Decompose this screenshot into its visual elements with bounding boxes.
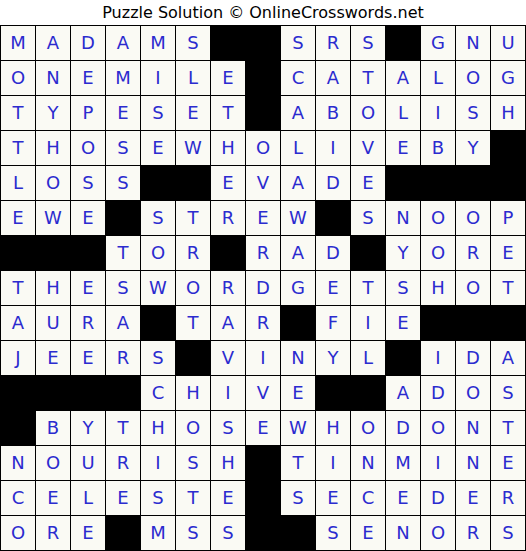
- letter-cell-r6c15: P: [491, 201, 526, 236]
- letter-cell-r11c5: C: [141, 376, 176, 411]
- block-cell-r9c9: [281, 306, 316, 341]
- crossword-grid: MADAMSSRSGNUONEMILECATALOGTYPESETABOLISH…: [0, 25, 526, 551]
- letter-cell-r14c11: C: [351, 481, 386, 516]
- letter-cell-r11c12: A: [386, 376, 421, 411]
- letter-cell-r12c12: D: [386, 411, 421, 446]
- block-cell-r11c10: [316, 376, 351, 411]
- letter-cell-r9c6: T: [176, 306, 211, 341]
- letter-cell-r12c5: H: [141, 411, 176, 446]
- letter-cell-r6c1: E: [1, 201, 36, 236]
- letter-cell-r5c1: L: [1, 166, 36, 201]
- letter-cell-r3c10: B: [316, 96, 351, 131]
- letter-cell-r14c12: E: [386, 481, 421, 516]
- letter-cell-r7c15: E: [491, 236, 526, 271]
- letter-cell-r4c1: T: [1, 131, 36, 166]
- letter-cell-r7c5: O: [141, 236, 176, 271]
- letter-cell-r2c12: A: [386, 61, 421, 96]
- letter-cell-r4c14: Y: [456, 131, 491, 166]
- block-cell-r1c12: [386, 26, 421, 61]
- letter-cell-r8c8: D: [246, 271, 281, 306]
- letter-cell-r14c4: E: [106, 481, 141, 516]
- letter-cell-r4c12: E: [386, 131, 421, 166]
- letter-cell-r7c14: R: [456, 236, 491, 271]
- letter-cell-r4c3: O: [71, 131, 106, 166]
- letter-cell-r12c3: Y: [71, 411, 106, 446]
- letter-cell-r13c1: N: [1, 446, 36, 481]
- letter-cell-r15c10: S: [316, 516, 351, 551]
- letter-cell-r10c7: V: [211, 341, 246, 376]
- block-cell-r7c1: [1, 236, 36, 271]
- letter-cell-r2c1: O: [1, 61, 36, 96]
- letter-cell-r14c7: E: [211, 481, 246, 516]
- letter-cell-r2c6: L: [176, 61, 211, 96]
- block-cell-r2c8: [246, 61, 281, 96]
- letter-cell-r15c2: R: [36, 516, 71, 551]
- block-cell-r7c7: [211, 236, 246, 271]
- letter-cell-r7c13: O: [421, 236, 456, 271]
- letter-cell-r5c4: S: [106, 166, 141, 201]
- letter-cell-r5c3: S: [71, 166, 106, 201]
- letter-cell-r11c8: V: [246, 376, 281, 411]
- letter-cell-r7c8: R: [246, 236, 281, 271]
- letter-cell-r12c2: B: [36, 411, 71, 446]
- letter-cell-r2c5: I: [141, 61, 176, 96]
- letter-cell-r14c3: L: [71, 481, 106, 516]
- letter-cell-r15c12: N: [386, 516, 421, 551]
- letter-cell-r14c13: D: [421, 481, 456, 516]
- letter-cell-r3c3: P: [71, 96, 106, 131]
- letter-cell-r3c7: T: [211, 96, 246, 131]
- block-cell-r11c4: [106, 376, 141, 411]
- block-cell-r7c2: [36, 236, 71, 271]
- letter-cell-r2c2: N: [36, 61, 71, 96]
- letter-cell-r5c11: E: [351, 166, 386, 201]
- letter-cell-r1c11: S: [351, 26, 386, 61]
- letter-cell-r12c4: T: [106, 411, 141, 446]
- letter-cell-r9c1: A: [1, 306, 36, 341]
- letter-cell-r8c5: W: [141, 271, 176, 306]
- block-cell-r13c8: [246, 446, 281, 481]
- page-title: Puzzle Solution © OnlineCrosswords.net: [0, 0, 526, 25]
- letter-cell-r13c7: H: [211, 446, 246, 481]
- letter-cell-r10c5: S: [141, 341, 176, 376]
- letter-cell-r2c10: A: [316, 61, 351, 96]
- letter-cell-r12c14: N: [456, 411, 491, 446]
- letter-cell-r13c11: N: [351, 446, 386, 481]
- block-cell-r5c13: [421, 166, 456, 201]
- letter-cell-r4c9: L: [281, 131, 316, 166]
- letter-cell-r7c12: Y: [386, 236, 421, 271]
- letter-cell-r5c8: V: [246, 166, 281, 201]
- letter-cell-r3c9: A: [281, 96, 316, 131]
- letter-cell-r13c5: I: [141, 446, 176, 481]
- letter-cell-r2c11: T: [351, 61, 386, 96]
- letter-cell-r8c12: S: [386, 271, 421, 306]
- letter-cell-r4c8: O: [246, 131, 281, 166]
- block-cell-r1c8: [246, 26, 281, 61]
- letter-cell-r10c3: E: [71, 341, 106, 376]
- letter-cell-r13c6: S: [176, 446, 211, 481]
- block-cell-r9c15: [491, 306, 526, 341]
- letter-cell-r1c3: D: [71, 26, 106, 61]
- letter-cell-r1c2: A: [36, 26, 71, 61]
- block-cell-r14c8: [246, 481, 281, 516]
- letter-cell-r11c9: E: [281, 376, 316, 411]
- letter-cell-r13c4: R: [106, 446, 141, 481]
- letter-cell-r11c7: I: [211, 376, 246, 411]
- letter-cell-r12c15: T: [491, 411, 526, 446]
- letter-cell-r9c3: R: [71, 306, 106, 341]
- letter-cell-r14c15: R: [491, 481, 526, 516]
- letter-cell-r13c2: O: [36, 446, 71, 481]
- letter-cell-r3c6: E: [176, 96, 211, 131]
- letter-cell-r1c4: A: [106, 26, 141, 61]
- letter-cell-r6c9: W: [281, 201, 316, 236]
- letter-cell-r9c11: I: [351, 306, 386, 341]
- letter-cell-r8c2: H: [36, 271, 71, 306]
- letter-cell-r2c7: E: [211, 61, 246, 96]
- letter-cell-r2c13: L: [421, 61, 456, 96]
- block-cell-r10c6: [176, 341, 211, 376]
- letter-cell-r12c9: W: [281, 411, 316, 446]
- letter-cell-r15c3: E: [71, 516, 106, 551]
- letter-cell-r8c4: S: [106, 271, 141, 306]
- letter-cell-r8c3: E: [71, 271, 106, 306]
- letter-cell-r6c2: W: [36, 201, 71, 236]
- block-cell-r5c12: [386, 166, 421, 201]
- letter-cell-r4c6: W: [176, 131, 211, 166]
- letter-cell-r3c11: O: [351, 96, 386, 131]
- letter-cell-r10c14: D: [456, 341, 491, 376]
- letter-cell-r13c12: M: [386, 446, 421, 481]
- block-cell-r3c8: [246, 96, 281, 131]
- letter-cell-r8c1: T: [1, 271, 36, 306]
- letter-cell-r3c14: S: [456, 96, 491, 131]
- letter-cell-r8c7: R: [211, 271, 246, 306]
- letter-cell-r6c5: S: [141, 201, 176, 236]
- letter-cell-r6c11: S: [351, 201, 386, 236]
- letter-cell-r1c5: M: [141, 26, 176, 61]
- letter-cell-r13c9: T: [281, 446, 316, 481]
- letter-cell-r15c13: O: [421, 516, 456, 551]
- block-cell-r5c15: [491, 166, 526, 201]
- block-cell-r5c6: [176, 166, 211, 201]
- letter-cell-r15c6: S: [176, 516, 211, 551]
- letter-cell-r15c7: S: [211, 516, 246, 551]
- letter-cell-r14c5: S: [141, 481, 176, 516]
- letter-cell-r10c15: A: [491, 341, 526, 376]
- letter-cell-r4c11: V: [351, 131, 386, 166]
- letter-cell-r3c5: S: [141, 96, 176, 131]
- letter-cell-r6c3: E: [71, 201, 106, 236]
- letter-cell-r7c6: R: [176, 236, 211, 271]
- letter-cell-r2c3: E: [71, 61, 106, 96]
- block-cell-r12c1: [1, 411, 36, 446]
- letter-cell-r2c4: M: [106, 61, 141, 96]
- letter-cell-r12c13: O: [421, 411, 456, 446]
- letter-cell-r14c1: C: [1, 481, 36, 516]
- letter-cell-r4c5: E: [141, 131, 176, 166]
- letter-cell-r3c4: E: [106, 96, 141, 131]
- letter-cell-r8c11: T: [351, 271, 386, 306]
- letter-cell-r10c10: Y: [316, 341, 351, 376]
- letter-cell-r1c13: G: [421, 26, 456, 61]
- letter-cell-r12c8: E: [246, 411, 281, 446]
- letter-cell-r7c4: T: [106, 236, 141, 271]
- letter-cell-r3c1: T: [1, 96, 36, 131]
- letter-cell-r1c9: S: [281, 26, 316, 61]
- letter-cell-r9c7: A: [211, 306, 246, 341]
- block-cell-r5c5: [141, 166, 176, 201]
- letter-cell-r6c8: E: [246, 201, 281, 236]
- letter-cell-r1c6: S: [176, 26, 211, 61]
- letter-cell-r7c9: A: [281, 236, 316, 271]
- block-cell-r5c14: [456, 166, 491, 201]
- letter-cell-r11c15: S: [491, 376, 526, 411]
- letter-cell-r5c9: A: [281, 166, 316, 201]
- block-cell-r4c15: [491, 131, 526, 166]
- letter-cell-r11c14: O: [456, 376, 491, 411]
- letter-cell-r15c1: O: [1, 516, 36, 551]
- letter-cell-r12c11: O: [351, 411, 386, 446]
- letter-cell-r10c8: I: [246, 341, 281, 376]
- letter-cell-r10c13: I: [421, 341, 456, 376]
- letter-cell-r8c15: T: [491, 271, 526, 306]
- letter-cell-r13c10: I: [316, 446, 351, 481]
- letter-cell-r9c10: F: [316, 306, 351, 341]
- block-cell-r10c12: [386, 341, 421, 376]
- letter-cell-r1c15: U: [491, 26, 526, 61]
- letter-cell-r10c4: R: [106, 341, 141, 376]
- block-cell-r15c8: [246, 516, 281, 551]
- letter-cell-r11c6: H: [176, 376, 211, 411]
- letter-cell-r4c10: I: [316, 131, 351, 166]
- letter-cell-r11c13: D: [421, 376, 456, 411]
- block-cell-r7c11: [351, 236, 386, 271]
- letter-cell-r2c9: C: [281, 61, 316, 96]
- letter-cell-r1c14: N: [456, 26, 491, 61]
- letter-cell-r3c13: I: [421, 96, 456, 131]
- letter-cell-r2c14: O: [456, 61, 491, 96]
- letter-cell-r3c15: H: [491, 96, 526, 131]
- letter-cell-r13c13: I: [421, 446, 456, 481]
- letter-cell-r12c10: H: [316, 411, 351, 446]
- letter-cell-r6c6: T: [176, 201, 211, 236]
- letter-cell-r14c14: E: [456, 481, 491, 516]
- block-cell-r6c4: [106, 201, 141, 236]
- block-cell-r7c3: [71, 236, 106, 271]
- block-cell-r1c7: [211, 26, 246, 61]
- letter-cell-r4c13: B: [421, 131, 456, 166]
- block-cell-r11c3: [71, 376, 106, 411]
- letter-cell-r14c2: E: [36, 481, 71, 516]
- letter-cell-r1c1: M: [1, 26, 36, 61]
- block-cell-r15c4: [106, 516, 141, 551]
- letter-cell-r6c14: O: [456, 201, 491, 236]
- letter-cell-r15c15: S: [491, 516, 526, 551]
- block-cell-r11c1: [1, 376, 36, 411]
- letter-cell-r9c4: A: [106, 306, 141, 341]
- letter-cell-r1c10: R: [316, 26, 351, 61]
- letter-cell-r10c9: N: [281, 341, 316, 376]
- letter-cell-r10c2: E: [36, 341, 71, 376]
- letter-cell-r6c13: O: [421, 201, 456, 236]
- letter-cell-r4c2: H: [36, 131, 71, 166]
- letter-cell-r10c11: L: [351, 341, 386, 376]
- letter-cell-r14c9: S: [281, 481, 316, 516]
- letter-cell-r4c7: H: [211, 131, 246, 166]
- letter-cell-r13c15: E: [491, 446, 526, 481]
- letter-cell-r8c14: O: [456, 271, 491, 306]
- letter-cell-r8c10: E: [316, 271, 351, 306]
- letter-cell-r3c12: L: [386, 96, 421, 131]
- letter-cell-r10c1: J: [1, 341, 36, 376]
- letter-cell-r5c2: O: [36, 166, 71, 201]
- letter-cell-r8c13: H: [421, 271, 456, 306]
- letter-cell-r15c11: E: [351, 516, 386, 551]
- letter-cell-r12c6: O: [176, 411, 211, 446]
- letter-cell-r8c6: O: [176, 271, 211, 306]
- letter-cell-r12c7: S: [211, 411, 246, 446]
- block-cell-r6c10: [316, 201, 351, 236]
- letter-cell-r15c14: R: [456, 516, 491, 551]
- letter-cell-r6c12: N: [386, 201, 421, 236]
- puzzle-solution-page: Puzzle Solution © OnlineCrosswords.net M…: [0, 0, 526, 551]
- letter-cell-r13c14: N: [456, 446, 491, 481]
- block-cell-r15c9: [281, 516, 316, 551]
- letter-cell-r8c9: G: [281, 271, 316, 306]
- block-cell-r11c11: [351, 376, 386, 411]
- letter-cell-r14c10: E: [316, 481, 351, 516]
- letter-cell-r13c3: U: [71, 446, 106, 481]
- letter-cell-r2c15: G: [491, 61, 526, 96]
- letter-cell-r4c4: S: [106, 131, 141, 166]
- letter-cell-r5c7: E: [211, 166, 246, 201]
- letter-cell-r9c2: U: [36, 306, 71, 341]
- letter-cell-r3c2: Y: [36, 96, 71, 131]
- letter-cell-r9c8: R: [246, 306, 281, 341]
- block-cell-r9c14: [456, 306, 491, 341]
- letter-cell-r6c7: R: [211, 201, 246, 236]
- block-cell-r9c13: [421, 306, 456, 341]
- letter-cell-r14c6: T: [176, 481, 211, 516]
- letter-cell-r15c5: M: [141, 516, 176, 551]
- letter-cell-r9c12: E: [386, 306, 421, 341]
- block-cell-r9c5: [141, 306, 176, 341]
- letter-cell-r7c10: D: [316, 236, 351, 271]
- block-cell-r11c2: [36, 376, 71, 411]
- letter-cell-r5c10: D: [316, 166, 351, 201]
